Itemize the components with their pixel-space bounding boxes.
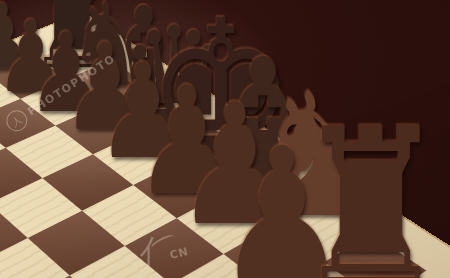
chess-photo-scene: ♜♞♝♛♚♝♞♜♟♟♟♟♟♟♟♟ 人 PHOTOPHOTO 亻 CN (0, 0, 450, 278)
